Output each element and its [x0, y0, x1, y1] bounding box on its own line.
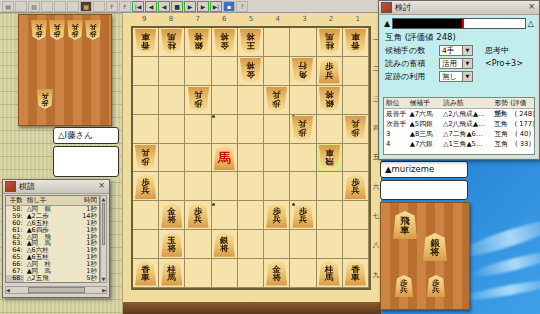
square-1九[interactable]: 香車: [343, 259, 369, 288]
square-2六[interactable]: [317, 172, 343, 201]
nav-back10-button[interactable]: ◀: [145, 1, 157, 12]
square-2七[interactable]: [317, 201, 343, 230]
scroll-up-icon: ▲: [101, 196, 106, 202]
shogi-board[interactable]: 香車桂馬銀将金将王将桂馬香車金将角行歩兵歩兵歩兵銀将歩兵歩兵歩兵馬飛車歩兵歩兵金…: [131, 26, 371, 290]
square-4六[interactable]: [264, 172, 290, 201]
button-5[interactable]: [54, 1, 66, 12]
button-6[interactable]: [67, 1, 79, 12]
square-4七[interactable]: 歩兵: [264, 201, 290, 230]
square-2二[interactable]: 歩兵: [317, 57, 343, 86]
gote-comment-box: [53, 146, 119, 177]
square-2四[interactable]: [317, 115, 343, 144]
candidate-row-3[interactable]: 3▲8三馬△7二角▲6…互角 ( 40): [384, 129, 534, 139]
square-4四[interactable]: [264, 115, 290, 144]
kifu-window: 棋譜 × 手数指し手時間 58:△同 銀1秒59:▲2二歩14秒60:△6五桂1…: [2, 179, 110, 298]
candidate-row-最善手[interactable]: 最善手▲7六馬△2八飛成▲…互角 ( 248): [384, 109, 534, 119]
square-4五[interactable]: [264, 144, 290, 173]
square-7八[interactable]: [185, 230, 211, 259]
square-1八[interactable]: [343, 230, 369, 259]
sente-piece-玉[interactable]: 玉将: [161, 232, 182, 257]
square-1一[interactable]: 香車: [343, 28, 369, 57]
scroll-down-icon: ▼: [101, 276, 106, 282]
option-label: 読みの蓄積: [385, 58, 435, 69]
nav-forward10-button[interactable]: ▶: [197, 1, 209, 12]
nav-first-button[interactable]: |◀: [132, 1, 144, 12]
square-9八[interactable]: [133, 230, 159, 259]
square-6六[interactable]: [212, 172, 238, 201]
square-9一[interactable]: 香車: [133, 28, 159, 57]
kifu-window-button[interactable]: F: [106, 1, 118, 12]
square-6一[interactable]: 金将: [212, 28, 238, 57]
square-3三[interactable]: [290, 86, 316, 115]
square-6四[interactable]: [212, 115, 238, 144]
kifu-vertical-scrollbar[interactable]: ▲ ▼: [100, 195, 107, 283]
square-8九[interactable]: 桂馬: [159, 259, 185, 288]
gote-piece-香[interactable]: 香車: [135, 29, 156, 54]
option-note: <Pro+3>: [477, 59, 523, 68]
candidate-row-4[interactable]: 4▲7六銀△1三角▲5…互角 ( 33): [384, 139, 534, 149]
square-1四[interactable]: 歩兵: [343, 115, 369, 144]
option-label: 定跡の利用: [385, 71, 435, 82]
print-button[interactable]: ▧: [28, 1, 40, 12]
square-9四[interactable]: [133, 115, 159, 144]
square-8八[interactable]: 玉将: [159, 230, 185, 259]
scroll-left-icon: ◀: [6, 287, 10, 293]
square-2三[interactable]: 銀将: [317, 86, 343, 115]
square-6三[interactable]: [212, 86, 238, 115]
gote-player-name: △I藤さん: [53, 127, 119, 144]
shogi-board-panel: 987654321 一二三四五六七八九 香車桂馬銀将金将王将桂馬香車金将角行歩兵…: [122, 13, 381, 314]
gote-piece-金[interactable]: 金将: [214, 29, 235, 54]
sente-piece-桂[interactable]: 桂馬: [161, 261, 182, 286]
hoshi-dot: [212, 203, 215, 206]
square-3二[interactable]: 角行: [290, 57, 316, 86]
sente-piece-香[interactable]: 香車: [135, 261, 156, 286]
candidate-table[interactable]: 順位候補手読み筋形勢 (評価値) 最善手▲7六馬△2八飛成▲…互角 ( 248)…: [383, 97, 535, 155]
square-6二[interactable]: [212, 57, 238, 86]
sente-piece-銀[interactable]: 銀将: [423, 233, 447, 261]
square-4八[interactable]: [264, 230, 290, 259]
nav-last-button[interactable]: ▶|: [210, 1, 222, 12]
hoshi-dot: [212, 115, 215, 118]
gote-piece-歩[interactable]: 歩兵: [135, 145, 156, 170]
gote-piece-歩[interactable]: 歩兵: [188, 87, 209, 112]
sente-piece-歩[interactable]: 歩兵: [135, 174, 156, 199]
square-7三[interactable]: 歩兵: [185, 86, 211, 115]
square-9五[interactable]: 歩兵: [133, 144, 159, 173]
kifu-horizontal-scrollbar[interactable]: ◀ ▶: [5, 286, 107, 294]
gote-piece-角[interactable]: 角行: [292, 58, 313, 83]
gote-piece-歩[interactable]: 歩兵: [292, 116, 313, 141]
square-7六[interactable]: [185, 172, 211, 201]
gote-piece-金[interactable]: 金将: [240, 58, 261, 83]
option-dropdown-1[interactable]: 活用▼: [439, 58, 473, 69]
sente-piece-歩[interactable]: 歩兵: [427, 275, 445, 297]
option-dropdown-2[interactable]: 無し▼: [439, 71, 473, 82]
kifu-window-title: 棋譜: [19, 181, 93, 192]
square-4一[interactable]: [264, 28, 290, 57]
square-5四[interactable]: [238, 115, 264, 144]
square-8五[interactable]: [159, 144, 185, 173]
sente-piece-歩[interactable]: 歩兵: [395, 275, 413, 297]
square-7一[interactable]: 銀将: [185, 28, 211, 57]
main-toolbar: ▤▧▦FF|◀◀◀■▶▶▶|▪?: [0, 0, 378, 13]
kifu-window-icon: [5, 181, 16, 192]
gote-piece-桂[interactable]: 桂馬: [319, 29, 340, 54]
sente-piece-金[interactable]: 金将: [266, 261, 287, 286]
evaluation-bar-row: ▲ △: [380, 15, 538, 31]
square-3七[interactable]: 歩兵: [290, 201, 316, 230]
sente-piece-歩[interactable]: 歩兵: [292, 203, 313, 228]
candidate-row-次善手[interactable]: 次善手▲5四銀△2八飛成▲…互角 ( 177): [384, 119, 534, 129]
gote-piece-歩[interactable]: 歩兵: [31, 20, 47, 40]
button-8[interactable]: [93, 1, 105, 12]
square-9七[interactable]: [133, 201, 159, 230]
kifu-row-69[interactable]: 69:▲8三馬1秒: [6, 282, 99, 283]
sente-piece-歩[interactable]: 歩兵: [266, 203, 287, 228]
square-8一[interactable]: 桂馬: [159, 28, 185, 57]
gote-piece-王[interactable]: 王将: [240, 29, 261, 54]
analysis-window-title: 検討: [395, 2, 523, 13]
square-7二[interactable]: [185, 57, 211, 86]
gote-piece-歩[interactable]: 歩兵: [345, 116, 366, 141]
nav-stop-button[interactable]: ■: [171, 1, 183, 12]
sente-captured-tray[interactable]: 飛車銀将歩兵歩兵: [380, 202, 470, 310]
board-view-button[interactable]: ▦: [80, 1, 92, 12]
square-9二[interactable]: [133, 57, 159, 86]
gote-piece-歩[interactable]: 歩兵: [67, 20, 83, 40]
gote-piece-歩[interactable]: 歩兵: [37, 89, 53, 109]
analysis-titlebar[interactable]: 検討 ×: [379, 1, 539, 15]
square-5九[interactable]: [238, 259, 264, 288]
analysis-close-icon[interactable]: ×: [526, 2, 537, 13]
square-7九[interactable]: [185, 259, 211, 288]
square-8六[interactable]: [159, 172, 185, 201]
sente-piece-飛[interactable]: 飛車: [393, 211, 417, 239]
square-6九[interactable]: [212, 259, 238, 288]
sente-comment-box: [380, 180, 468, 200]
square-5八[interactable]: [238, 230, 264, 259]
square-6八[interactable]: 銀将: [212, 230, 238, 259]
sente-piece-歩[interactable]: 歩兵: [188, 203, 209, 228]
square-8二[interactable]: [159, 57, 185, 86]
square-3四[interactable]: 歩兵: [290, 115, 316, 144]
gote-piece-飛[interactable]: 飛車: [319, 145, 340, 170]
square-4三[interactable]: 歩兵: [264, 86, 290, 115]
sente-piece-香[interactable]: 香車: [345, 261, 366, 286]
square-1六[interactable]: 歩兵: [343, 172, 369, 201]
option-note: 思考中: [477, 45, 509, 56]
square-5一[interactable]: 王将: [238, 28, 264, 57]
square-1五[interactable]: [343, 144, 369, 173]
sente-player-name: ▲murizeme: [380, 161, 468, 178]
square-9六[interactable]: 歩兵: [133, 172, 159, 201]
kifu-titlebar[interactable]: 棋譜 ×: [3, 180, 109, 194]
square-6五[interactable]: 馬: [212, 144, 238, 173]
kifu-close-icon[interactable]: ×: [96, 181, 107, 192]
help-button[interactable]: ?: [236, 1, 248, 12]
square-2一[interactable]: 桂馬: [317, 28, 343, 57]
button-4[interactable]: [41, 1, 53, 12]
square-2八[interactable]: [317, 230, 343, 259]
gote-mark: △: [528, 19, 534, 28]
gote-piece-銀[interactable]: 銀将: [188, 29, 209, 54]
square-8七[interactable]: 金将: [159, 201, 185, 230]
analysis-window: 検討 × ▲ △ 互角 (評価値 248) 候補手の数4手▼思考中読みの蓄積活用…: [378, 0, 540, 160]
nav-forward-button[interactable]: ▶: [184, 1, 196, 12]
board-wood-edge: [123, 302, 381, 314]
square-7七[interactable]: 歩兵: [185, 201, 211, 230]
sente-mark: ▲: [384, 19, 390, 28]
new-file-button[interactable]: ▤: [2, 1, 14, 12]
sente-piece-銀[interactable]: 銀将: [214, 232, 235, 257]
hoshi-dot: [292, 203, 295, 206]
square-3九[interactable]: [290, 259, 316, 288]
square-5五[interactable]: [238, 144, 264, 173]
gote-piece-歩[interactable]: 歩兵: [266, 87, 287, 112]
square-9三[interactable]: [133, 86, 159, 115]
file-labels: 987654321: [131, 14, 371, 25]
sente-piece-桂[interactable]: 桂馬: [319, 261, 340, 286]
square-5六[interactable]: [238, 172, 264, 201]
sente-piece-馬[interactable]: 馬: [214, 145, 235, 170]
square-4九[interactable]: 金将: [264, 259, 290, 288]
square-1七[interactable]: [343, 201, 369, 230]
square-6七[interactable]: [212, 201, 238, 230]
sente-piece-金[interactable]: 金将: [161, 203, 182, 228]
evaluation-bar: [392, 18, 526, 29]
square-7四[interactable]: [185, 115, 211, 144]
option-dropdown-0[interactable]: 4手▼: [439, 45, 473, 56]
square-2九[interactable]: 桂馬: [317, 259, 343, 288]
square-3一[interactable]: [290, 28, 316, 57]
square-5二[interactable]: 金将: [238, 57, 264, 86]
square-9九[interactable]: 香車: [133, 259, 159, 288]
square-5三[interactable]: [238, 86, 264, 115]
gote-captured-tray[interactable]: 歩兵歩兵歩兵歩兵 歩兵: [18, 14, 112, 126]
square-1二[interactable]: [343, 57, 369, 86]
sente-piece-歩[interactable]: 歩兵: [319, 58, 340, 83]
analysis-window-icon: [381, 2, 392, 13]
square-3五[interactable]: [290, 144, 316, 173]
square-4二[interactable]: [264, 57, 290, 86]
scroll-right-icon: ▶: [102, 287, 106, 293]
gote-piece-桂[interactable]: 桂馬: [161, 29, 182, 54]
square-5七[interactable]: [238, 201, 264, 230]
square-8三[interactable]: [159, 86, 185, 115]
square-1三[interactable]: [343, 86, 369, 115]
gote-piece-歩[interactable]: 歩兵: [49, 20, 65, 40]
square-2五[interactable]: 飛車: [317, 144, 343, 173]
open-button[interactable]: [15, 1, 27, 12]
kifu-move-list[interactable]: 手数指し手時間 58:△同 銀1秒59:▲2二歩14秒60:△6五桂1秒61:▲…: [5, 195, 100, 283]
assessment-text: 互角 (評価値 248): [380, 31, 538, 44]
square-3八[interactable]: [290, 230, 316, 259]
option-label: 候補手の数: [385, 45, 435, 56]
square-7五[interactable]: [185, 144, 211, 173]
nav-back-button[interactable]: ◀: [158, 1, 170, 12]
sente-piece-歩[interactable]: 歩兵: [345, 174, 366, 199]
analysis-window-button[interactable]: F: [119, 1, 131, 12]
gote-piece-香[interactable]: 香車: [345, 29, 366, 54]
gote-piece-銀[interactable]: 銀将: [319, 87, 340, 112]
square-3六[interactable]: [290, 172, 316, 201]
gote-piece-歩[interactable]: 歩兵: [85, 20, 101, 40]
save-button[interactable]: ▪: [223, 1, 235, 12]
square-8四[interactable]: [159, 115, 185, 144]
